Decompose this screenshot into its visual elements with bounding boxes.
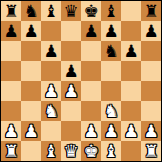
square-g8[interactable]: [121, 1, 141, 21]
square-h6[interactable]: [141, 41, 161, 61]
black-bishop-icon[interactable]: ♝: [103, 1, 118, 21]
white-pawn-icon[interactable]: ♟: [123, 121, 138, 141]
black-rook-icon[interactable]: ♜: [3, 1, 18, 21]
square-g4[interactable]: [121, 81, 141, 101]
black-pawn-icon[interactable]: ♟: [43, 41, 58, 61]
square-a4[interactable]: [1, 81, 21, 101]
black-knight-icon[interactable]: ♞: [103, 41, 118, 61]
square-a8[interactable]: ♜: [1, 1, 21, 21]
square-h1[interactable]: ♜: [141, 141, 161, 161]
black-pawn-icon[interactable]: ♟: [3, 21, 18, 41]
square-c3[interactable]: ♞: [41, 101, 61, 121]
square-g3[interactable]: [121, 101, 141, 121]
square-a6[interactable]: [1, 41, 21, 61]
black-pawn-icon[interactable]: ♟: [63, 61, 78, 81]
square-b5[interactable]: [21, 61, 41, 81]
square-f6[interactable]: ♞: [101, 41, 121, 61]
black-rook-icon[interactable]: ♜: [143, 1, 158, 21]
square-e2[interactable]: ♟: [81, 121, 101, 141]
square-b8[interactable]: ♞: [21, 1, 41, 21]
square-f3[interactable]: ♞: [101, 101, 121, 121]
square-h7[interactable]: ♟: [141, 21, 161, 41]
square-d3[interactable]: [61, 101, 81, 121]
square-f8[interactable]: ♝: [101, 1, 121, 21]
square-e8[interactable]: ♚: [81, 1, 101, 21]
black-pawn-icon[interactable]: ♟: [143, 21, 158, 41]
white-pawn-icon[interactable]: ♟: [23, 121, 38, 141]
black-pawn-icon[interactable]: ♟: [123, 41, 138, 61]
white-queen-icon[interactable]: ♛: [63, 141, 78, 161]
square-e3[interactable]: [81, 101, 101, 121]
square-d4[interactable]: ♟: [61, 81, 81, 101]
square-d6[interactable]: [61, 41, 81, 61]
black-pawn-icon[interactable]: ♟: [103, 21, 118, 41]
square-a5[interactable]: [1, 61, 21, 81]
white-pawn-icon[interactable]: ♟: [43, 81, 58, 101]
white-king-icon[interactable]: ♚: [83, 141, 98, 161]
square-e1[interactable]: ♚: [81, 141, 101, 161]
square-f7[interactable]: ♟: [101, 21, 121, 41]
square-c1[interactable]: ♝: [41, 141, 61, 161]
black-pawn-icon[interactable]: ♟: [83, 21, 98, 41]
square-d1[interactable]: ♛: [61, 141, 81, 161]
square-c6[interactable]: ♟: [41, 41, 61, 61]
square-e4[interactable]: [81, 81, 101, 101]
square-g2[interactable]: ♟: [121, 121, 141, 141]
black-bishop-icon[interactable]: ♝: [43, 1, 58, 21]
square-a1[interactable]: ♜: [1, 141, 21, 161]
square-e6[interactable]: [81, 41, 101, 61]
square-g1[interactable]: [121, 141, 141, 161]
square-b4[interactable]: [21, 81, 41, 101]
square-h2[interactable]: ♟: [141, 121, 161, 141]
white-bishop-icon[interactable]: ♝: [43, 141, 58, 161]
square-a3[interactable]: [1, 101, 21, 121]
square-c5[interactable]: [41, 61, 61, 81]
white-pawn-icon[interactable]: ♟: [63, 81, 78, 101]
black-pawn-icon[interactable]: ♟: [23, 21, 38, 41]
square-e7[interactable]: ♟: [81, 21, 101, 41]
white-pawn-icon[interactable]: ♟: [83, 121, 98, 141]
square-g5[interactable]: [121, 61, 141, 81]
chess-board: ♜♞♝♛♚♝♜♟♟♟♟♟♟♞♟♟♟♟♞♞♟♟♟♟♟♟♜♝♛♚♝♜: [0, 0, 162, 162]
white-knight-icon[interactable]: ♞: [103, 101, 118, 121]
square-e5[interactable]: [81, 61, 101, 81]
square-a7[interactable]: ♟: [1, 21, 21, 41]
square-a2[interactable]: ♟: [1, 121, 21, 141]
square-c7[interactable]: [41, 21, 61, 41]
square-c2[interactable]: [41, 121, 61, 141]
square-g7[interactable]: [121, 21, 141, 41]
square-b6[interactable]: [21, 41, 41, 61]
square-b2[interactable]: ♟: [21, 121, 41, 141]
square-d5[interactable]: ♟: [61, 61, 81, 81]
white-pawn-icon[interactable]: ♟: [103, 121, 118, 141]
square-d7[interactable]: [61, 21, 81, 41]
black-knight-icon[interactable]: ♞: [23, 1, 38, 21]
white-rook-icon[interactable]: ♜: [3, 141, 18, 161]
square-h5[interactable]: [141, 61, 161, 81]
square-c4[interactable]: ♟: [41, 81, 61, 101]
square-f2[interactable]: ♟: [101, 121, 121, 141]
white-bishop-icon[interactable]: ♝: [103, 141, 118, 161]
square-b3[interactable]: [21, 101, 41, 121]
square-b7[interactable]: ♟: [21, 21, 41, 41]
square-b1[interactable]: [21, 141, 41, 161]
white-knight-icon[interactable]: ♞: [43, 101, 58, 121]
square-h4[interactable]: [141, 81, 161, 101]
black-queen-icon[interactable]: ♛: [63, 1, 78, 21]
black-king-icon[interactable]: ♚: [83, 1, 98, 21]
square-g6[interactable]: ♟: [121, 41, 141, 61]
square-d8[interactable]: ♛: [61, 1, 81, 21]
square-c8[interactable]: ♝: [41, 1, 61, 21]
square-f1[interactable]: ♝: [101, 141, 121, 161]
square-f5[interactable]: [101, 61, 121, 81]
white-pawn-icon[interactable]: ♟: [143, 121, 158, 141]
square-h8[interactable]: ♜: [141, 1, 161, 21]
square-h3[interactable]: [141, 101, 161, 121]
white-pawn-icon[interactable]: ♟: [3, 121, 18, 141]
square-d2[interactable]: [61, 121, 81, 141]
square-f4[interactable]: [101, 81, 121, 101]
white-rook-icon[interactable]: ♜: [143, 141, 158, 161]
